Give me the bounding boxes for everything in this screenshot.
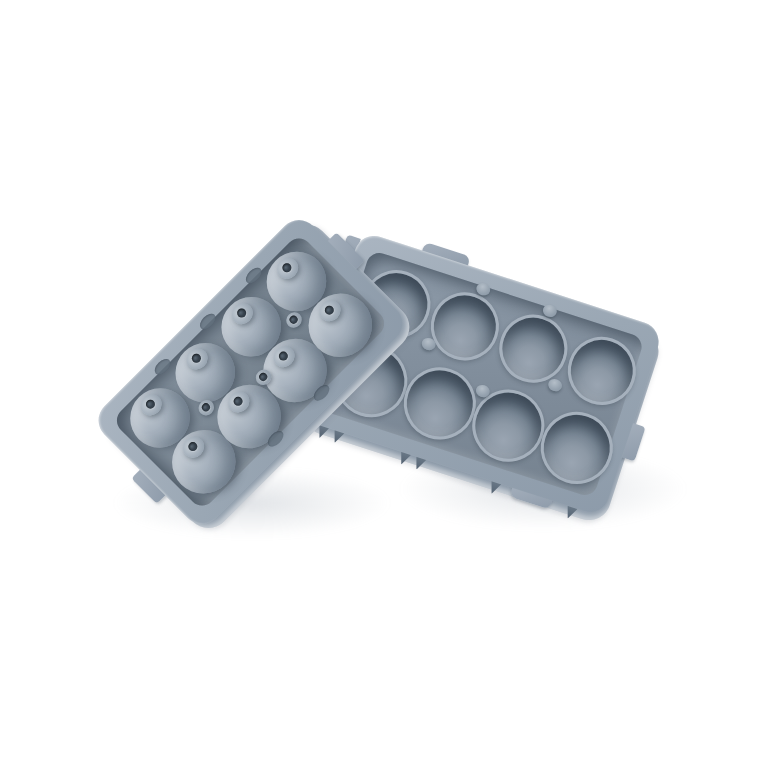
fill-hole: [281, 261, 294, 274]
peg-hole: [288, 314, 299, 325]
fill-hole: [190, 352, 203, 365]
sphere-cup-cavity: [395, 358, 486, 449]
fill-hole: [323, 304, 336, 317]
fill-hole: [277, 350, 290, 363]
fill-nub: [224, 387, 254, 417]
fill-nub: [272, 253, 302, 283]
fill-nub: [178, 432, 208, 462]
product-photo-stage: [0, 0, 758, 758]
fill-nub: [269, 342, 299, 372]
sphere-cup-cavity: [422, 283, 508, 369]
sphere-cup-cavity: [491, 305, 577, 391]
fill-hole: [144, 398, 157, 411]
peg-hole: [258, 371, 269, 382]
fill-nub: [182, 344, 212, 374]
fill-nub: [136, 389, 166, 419]
fill-hole: [187, 441, 200, 454]
fill-nub: [227, 299, 257, 329]
peg-hole: [201, 402, 212, 413]
fill-hole: [232, 395, 245, 408]
fill-nub: [315, 296, 345, 326]
fill-hole: [235, 307, 248, 320]
